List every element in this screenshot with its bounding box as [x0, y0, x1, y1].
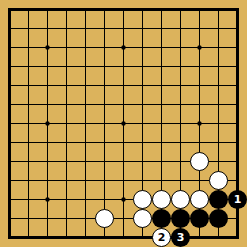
- intersection-4-4: [57, 57, 76, 76]
- intersection-13-6: [228, 95, 247, 114]
- move-number-label: 2: [158, 232, 166, 243]
- intersection-11-3: [190, 38, 209, 57]
- intersection-10-2: [171, 19, 190, 38]
- board-intersections: 123: [0, 0, 247, 247]
- intersection-12-13: [209, 228, 228, 247]
- intersection-11-13: [190, 228, 209, 247]
- intersection-1-1: [0, 0, 19, 19]
- intersection-7-1: [114, 0, 133, 19]
- intersection-6-10: [95, 171, 114, 190]
- white-stone: [209, 171, 228, 190]
- intersection-1-9: [0, 152, 19, 171]
- intersection-7-4: [114, 57, 133, 76]
- intersection-11-7: [190, 114, 209, 133]
- intersection-6-7: [95, 114, 114, 133]
- intersection-7-5: [114, 76, 133, 95]
- intersection-9-5: [152, 76, 171, 95]
- intersection-6-8: [95, 133, 114, 152]
- intersection-1-7: [0, 114, 19, 133]
- intersection-12-7: [209, 114, 228, 133]
- intersection-10-1: [171, 0, 190, 19]
- white-stone: [152, 190, 171, 209]
- black-stone: [190, 209, 209, 228]
- intersection-8-6: [133, 95, 152, 114]
- intersection-8-12: [133, 209, 152, 228]
- intersection-1-5: [0, 76, 19, 95]
- intersection-13-10: [228, 171, 247, 190]
- intersection-1-6: [0, 95, 19, 114]
- intersection-8-4: [133, 57, 152, 76]
- black-stone-move-3: 3: [171, 228, 190, 247]
- intersection-2-6: [19, 95, 38, 114]
- intersection-6-13: [95, 228, 114, 247]
- intersection-5-1: [76, 0, 95, 19]
- intersection-2-9: [19, 152, 38, 171]
- intersection-3-4: [38, 57, 57, 76]
- intersection-1-2: [0, 19, 19, 38]
- intersection-12-10: [209, 171, 228, 190]
- intersection-11-9: [190, 152, 209, 171]
- intersection-5-7: [76, 114, 95, 133]
- intersection-2-3: [19, 38, 38, 57]
- intersection-9-3: [152, 38, 171, 57]
- intersection-10-12: [171, 209, 190, 228]
- intersection-5-9: [76, 152, 95, 171]
- white-stone: [171, 190, 190, 209]
- intersection-4-9: [57, 152, 76, 171]
- intersection-3-5: [38, 76, 57, 95]
- intersection-1-13: [0, 228, 19, 247]
- intersection-13-9: [228, 152, 247, 171]
- intersection-9-4: [152, 57, 171, 76]
- intersection-2-10: [19, 171, 38, 190]
- intersection-2-7: [19, 114, 38, 133]
- intersection-13-11: 1: [228, 190, 247, 209]
- intersection-2-11: [19, 190, 38, 209]
- intersection-13-1: [228, 0, 247, 19]
- intersection-9-9: [152, 152, 171, 171]
- intersection-8-11: [133, 190, 152, 209]
- intersection-12-4: [209, 57, 228, 76]
- intersection-12-2: [209, 19, 228, 38]
- intersection-12-9: [209, 152, 228, 171]
- move-number-label: 1: [234, 194, 242, 205]
- intersection-10-7: [171, 114, 190, 133]
- intersection-8-5: [133, 76, 152, 95]
- intersection-9-6: [152, 95, 171, 114]
- intersection-1-12: [0, 209, 19, 228]
- intersection-4-2: [57, 19, 76, 38]
- white-stone: [190, 190, 209, 209]
- intersection-12-8: [209, 133, 228, 152]
- intersection-5-6: [76, 95, 95, 114]
- intersection-7-2: [114, 19, 133, 38]
- intersection-13-12: [228, 209, 247, 228]
- intersection-5-3: [76, 38, 95, 57]
- intersection-7-12: [114, 209, 133, 228]
- intersection-11-10: [190, 171, 209, 190]
- white-stone: [95, 209, 114, 228]
- intersection-2-1: [19, 0, 38, 19]
- intersection-4-12: [57, 209, 76, 228]
- intersection-6-3: [95, 38, 114, 57]
- intersection-13-2: [228, 19, 247, 38]
- intersection-8-2: [133, 19, 152, 38]
- intersection-2-5: [19, 76, 38, 95]
- intersection-9-7: [152, 114, 171, 133]
- intersection-2-12: [19, 209, 38, 228]
- intersection-13-4: [228, 57, 247, 76]
- black-stone: [209, 209, 228, 228]
- intersection-5-4: [76, 57, 95, 76]
- intersection-13-13: [228, 228, 247, 247]
- intersection-9-10: [152, 171, 171, 190]
- intersection-11-5: [190, 76, 209, 95]
- intersection-11-6: [190, 95, 209, 114]
- intersection-8-8: [133, 133, 152, 152]
- intersection-3-6: [38, 95, 57, 114]
- intersection-9-2: [152, 19, 171, 38]
- intersection-5-12: [76, 209, 95, 228]
- black-stone-move-1: 1: [228, 190, 247, 209]
- intersection-8-9: [133, 152, 152, 171]
- intersection-5-8: [76, 133, 95, 152]
- move-number-label: 3: [177, 232, 185, 243]
- go-board: 123: [0, 0, 247, 247]
- intersection-7-11: [114, 190, 133, 209]
- intersection-11-1: [190, 0, 209, 19]
- intersection-9-1: [152, 0, 171, 19]
- intersection-1-10: [0, 171, 19, 190]
- intersection-11-11: [190, 190, 209, 209]
- black-stone: [152, 209, 171, 228]
- intersection-3-13: [38, 228, 57, 247]
- intersection-7-9: [114, 152, 133, 171]
- intersection-3-9: [38, 152, 57, 171]
- intersection-4-13: [57, 228, 76, 247]
- intersection-12-12: [209, 209, 228, 228]
- intersection-3-1: [38, 0, 57, 19]
- intersection-3-11: [38, 190, 57, 209]
- intersection-1-11: [0, 190, 19, 209]
- intersection-11-2: [190, 19, 209, 38]
- intersection-7-10: [114, 171, 133, 190]
- intersection-3-10: [38, 171, 57, 190]
- intersection-3-12: [38, 209, 57, 228]
- intersection-6-12: [95, 209, 114, 228]
- intersection-4-1: [57, 0, 76, 19]
- intersection-6-9: [95, 152, 114, 171]
- intersection-3-8: [38, 133, 57, 152]
- intersection-5-5: [76, 76, 95, 95]
- intersection-10-8: [171, 133, 190, 152]
- intersection-2-13: [19, 228, 38, 247]
- intersection-6-6: [95, 95, 114, 114]
- intersection-1-4: [0, 57, 19, 76]
- intersection-8-7: [133, 114, 152, 133]
- intersection-1-8: [0, 133, 19, 152]
- black-stone: [209, 190, 228, 209]
- intersection-11-4: [190, 57, 209, 76]
- intersection-5-10: [76, 171, 95, 190]
- intersection-8-13: [133, 228, 152, 247]
- white-stone: [133, 209, 152, 228]
- white-stone: [190, 152, 209, 171]
- intersection-13-5: [228, 76, 247, 95]
- intersection-9-13: 2: [152, 228, 171, 247]
- intersection-13-8: [228, 133, 247, 152]
- intersection-13-7: [228, 114, 247, 133]
- intersection-9-8: [152, 133, 171, 152]
- intersection-2-4: [19, 57, 38, 76]
- intersection-4-5: [57, 76, 76, 95]
- intersection-12-11: [209, 190, 228, 209]
- intersection-4-11: [57, 190, 76, 209]
- white-stone: [133, 190, 152, 209]
- intersection-7-8: [114, 133, 133, 152]
- intersection-4-8: [57, 133, 76, 152]
- white-stone-move-2: 2: [152, 228, 171, 247]
- intersection-12-3: [209, 38, 228, 57]
- intersection-9-11: [152, 190, 171, 209]
- black-stone: [171, 209, 190, 228]
- intersection-8-1: [133, 0, 152, 19]
- intersection-7-3: [114, 38, 133, 57]
- intersection-11-12: [190, 209, 209, 228]
- intersection-4-3: [57, 38, 76, 57]
- intersection-9-12: [152, 209, 171, 228]
- intersection-4-7: [57, 114, 76, 133]
- intersection-5-13: [76, 228, 95, 247]
- intersection-6-5: [95, 76, 114, 95]
- intersection-10-10: [171, 171, 190, 190]
- intersection-12-1: [209, 0, 228, 19]
- intersection-10-3: [171, 38, 190, 57]
- intersection-10-5: [171, 76, 190, 95]
- intersection-3-2: [38, 19, 57, 38]
- intersection-2-8: [19, 133, 38, 152]
- intersection-7-7: [114, 114, 133, 133]
- intersection-10-6: [171, 95, 190, 114]
- intersection-3-3: [38, 38, 57, 57]
- intersection-10-13: 3: [171, 228, 190, 247]
- intersection-6-4: [95, 57, 114, 76]
- intersection-4-10: [57, 171, 76, 190]
- intersection-8-10: [133, 171, 152, 190]
- intersection-12-6: [209, 95, 228, 114]
- intersection-5-11: [76, 190, 95, 209]
- intersection-5-2: [76, 19, 95, 38]
- intersection-6-2: [95, 19, 114, 38]
- intersection-8-3: [133, 38, 152, 57]
- intersection-2-2: [19, 19, 38, 38]
- intersection-3-7: [38, 114, 57, 133]
- intersection-10-4: [171, 57, 190, 76]
- intersection-4-6: [57, 95, 76, 114]
- intersection-7-13: [114, 228, 133, 247]
- intersection-13-3: [228, 38, 247, 57]
- intersection-12-5: [209, 76, 228, 95]
- intersection-1-3: [0, 38, 19, 57]
- intersection-7-6: [114, 95, 133, 114]
- intersection-11-8: [190, 133, 209, 152]
- intersection-10-9: [171, 152, 190, 171]
- intersection-10-11: [171, 190, 190, 209]
- intersection-6-11: [95, 190, 114, 209]
- intersection-6-1: [95, 0, 114, 19]
